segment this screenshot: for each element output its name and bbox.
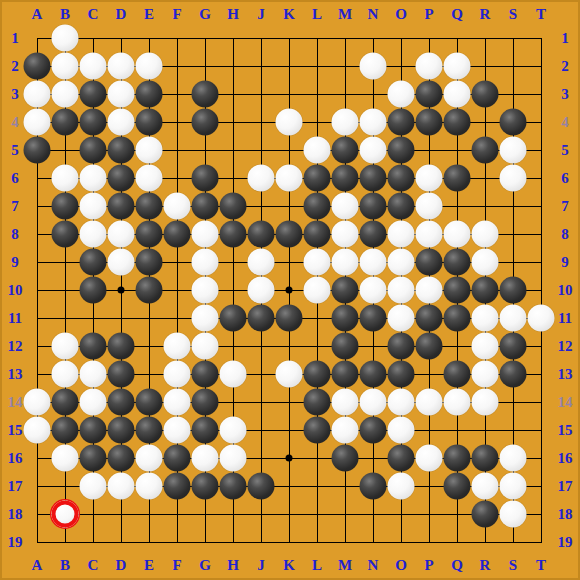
col-label-R-top: R [480,7,491,22]
stone-A14-white[interactable] [24,389,51,416]
stone-M7-white[interactable] [332,193,359,220]
row-label-1-right: 1 [561,31,569,46]
col-label-C-top: C [88,7,99,22]
stone-O14-white[interactable] [388,389,415,416]
stone-B18-white-last-move[interactable] [52,501,79,528]
stone-S10-black[interactable] [500,277,527,304]
stone-F7-white[interactable] [164,193,191,220]
row-label-6-left: 6 [11,171,19,186]
stone-E10-black[interactable] [136,277,163,304]
stone-S4-black[interactable] [500,109,527,136]
col-label-H-top: H [227,7,239,22]
stone-N11-black[interactable] [360,305,387,332]
col-label-Q-top: Q [451,7,463,22]
stone-Q14-white[interactable] [444,389,471,416]
stone-R18-black[interactable] [472,501,499,528]
row-label-19-left: 19 [8,535,23,550]
stone-M12-black[interactable] [332,333,359,360]
stone-L5-white[interactable] [304,137,331,164]
stone-Q16-black[interactable] [444,445,471,472]
stone-R16-black[interactable] [472,445,499,472]
stone-B3-white[interactable] [52,81,79,108]
row-label-6-right: 6 [561,171,569,186]
stone-D2-white[interactable] [108,53,135,80]
stone-B14-black[interactable] [52,389,79,416]
stone-J8-black[interactable] [248,221,275,248]
col-label-M-bottom: M [338,558,352,573]
col-label-A-bottom: A [32,558,43,573]
row-label-2-left: 2 [11,59,19,74]
row-label-15-left: 15 [8,423,23,438]
col-label-F-bottom: F [172,558,181,573]
stone-P12-black[interactable] [416,333,443,360]
col-label-P-bottom: P [424,558,433,573]
stone-C9-black[interactable] [80,249,107,276]
stone-O10-white[interactable] [388,277,415,304]
stone-E6-white[interactable] [136,165,163,192]
stone-N5-white[interactable] [360,137,387,164]
stone-M9-white[interactable] [332,249,359,276]
stone-C17-white[interactable] [80,473,107,500]
stone-R13-white[interactable] [472,361,499,388]
stone-G13-black[interactable] [192,361,219,388]
stone-Q13-black[interactable] [444,361,471,388]
stone-N9-white[interactable] [360,249,387,276]
stone-D12-black[interactable] [108,333,135,360]
stone-O9-white[interactable] [388,249,415,276]
stone-Q17-black[interactable] [444,473,471,500]
col-label-R-bottom: R [480,558,491,573]
stone-E7-black[interactable] [136,193,163,220]
stone-E16-white[interactable] [136,445,163,472]
col-label-G-bottom: G [199,558,211,573]
stone-B1-white[interactable] [52,25,79,52]
stone-D7-black[interactable] [108,193,135,220]
stone-D17-white[interactable] [108,473,135,500]
row-label-18-right: 18 [558,507,573,522]
stone-M5-black[interactable] [332,137,359,164]
star-point-K16 [286,455,293,462]
stone-K8-black[interactable] [276,221,303,248]
stone-G11-white[interactable] [192,305,219,332]
col-label-K-top: K [283,7,295,22]
stone-G10-white[interactable] [192,277,219,304]
stone-M4-white[interactable] [332,109,359,136]
row-label-5-right: 5 [561,143,569,158]
stone-G16-white[interactable] [192,445,219,472]
col-label-M-top: M [338,7,352,22]
stone-P9-black[interactable] [416,249,443,276]
stone-D14-black[interactable] [108,389,135,416]
stone-M11-black[interactable] [332,305,359,332]
stone-D13-black[interactable] [108,361,135,388]
stone-B6-white[interactable] [52,165,79,192]
stone-G7-black[interactable] [192,193,219,220]
row-label-2-right: 2 [561,59,569,74]
stone-S17-white[interactable] [500,473,527,500]
stone-A5-black[interactable] [24,137,51,164]
stone-H8-black[interactable] [220,221,247,248]
row-label-19-right: 19 [558,535,573,550]
row-label-16-left: 16 [8,451,23,466]
stone-C4-black[interactable] [80,109,107,136]
stone-O5-black[interactable] [388,137,415,164]
stone-R5-black[interactable] [472,137,499,164]
row-label-7-left: 7 [11,199,19,214]
stone-S6-white[interactable] [500,165,527,192]
stone-C3-black[interactable] [80,81,107,108]
stone-P4-black[interactable] [416,109,443,136]
stone-L14-black[interactable] [304,389,331,416]
row-label-9-right: 9 [561,255,569,270]
row-label-8-left: 8 [11,227,19,242]
row-label-1-left: 1 [11,31,19,46]
stone-O16-black[interactable] [388,445,415,472]
stone-N17-black[interactable] [360,473,387,500]
stone-H17-black[interactable] [220,473,247,500]
stone-L7-black[interactable] [304,193,331,220]
stone-R10-black[interactable] [472,277,499,304]
row-label-17-left: 17 [8,479,23,494]
stone-C10-black[interactable] [80,277,107,304]
stone-J10-white[interactable] [248,277,275,304]
stone-K4-white[interactable] [276,109,303,136]
stone-Q6-black[interactable] [444,165,471,192]
col-label-B-bottom: B [60,558,70,573]
stone-K11-black[interactable] [276,305,303,332]
go-board-app: AABBCCDDEEFFGGHHJJKKLLMMNNOOPPQQRRSSTT11… [0,0,580,580]
row-label-3-right: 3 [561,87,569,102]
stone-C2-white[interactable] [80,53,107,80]
stone-R11-white[interactable] [472,305,499,332]
stone-D8-white[interactable] [108,221,135,248]
col-label-L-bottom: L [312,558,322,573]
stone-S5-white[interactable] [500,137,527,164]
stone-E8-black[interactable] [136,221,163,248]
stone-S13-black[interactable] [500,361,527,388]
row-label-4-left: 4 [11,115,19,130]
stone-F13-white[interactable] [164,361,191,388]
stone-K13-white[interactable] [276,361,303,388]
col-label-E-top: E [144,7,154,22]
col-label-D-bottom: D [116,558,127,573]
stone-B12-white[interactable] [52,333,79,360]
col-label-N-top: N [368,7,379,22]
stone-G17-black[interactable] [192,473,219,500]
stone-L9-white[interactable] [304,249,331,276]
stone-O8-white[interactable] [388,221,415,248]
col-label-K-bottom: K [283,558,295,573]
row-label-18-left: 18 [8,507,23,522]
row-label-11-right: 11 [558,311,572,326]
stone-N4-white[interactable] [360,109,387,136]
stone-G14-black[interactable] [192,389,219,416]
stone-N8-black[interactable] [360,221,387,248]
stone-F8-black[interactable] [164,221,191,248]
stone-N13-black[interactable] [360,361,387,388]
col-label-T-bottom: T [536,558,546,573]
stone-R12-white[interactable] [472,333,499,360]
stone-M16-black[interactable] [332,445,359,472]
stone-Q9-black[interactable] [444,249,471,276]
stone-H11-black[interactable] [220,305,247,332]
stone-B8-black[interactable] [52,221,79,248]
stone-L6-black[interactable] [304,165,331,192]
stone-N14-white[interactable] [360,389,387,416]
stone-H16-white[interactable] [220,445,247,472]
col-label-B-top: B [60,7,70,22]
stone-K6-white[interactable] [276,165,303,192]
stone-H7-black[interactable] [220,193,247,220]
col-label-J-top: J [257,7,265,22]
col-label-C-bottom: C [88,558,99,573]
stone-E15-black[interactable] [136,417,163,444]
stone-M10-black[interactable] [332,277,359,304]
stone-E2-white[interactable] [136,53,163,80]
row-label-12-right: 12 [558,339,573,354]
stone-P10-white[interactable] [416,277,443,304]
row-label-13-right: 13 [558,367,573,382]
stone-D3-white[interactable] [108,81,135,108]
row-label-10-left: 10 [8,283,23,298]
stone-D9-white[interactable] [108,249,135,276]
row-label-13-left: 13 [8,367,23,382]
stone-R17-white[interactable] [472,473,499,500]
stone-R8-white[interactable] [472,221,499,248]
stone-L15-black[interactable] [304,417,331,444]
stone-S11-white[interactable] [500,305,527,332]
stone-G4-black[interactable] [192,109,219,136]
col-label-T-top: T [536,7,546,22]
stone-O12-black[interactable] [388,333,415,360]
stone-B2-white[interactable] [52,53,79,80]
stone-R3-black[interactable] [472,81,499,108]
row-label-3-left: 3 [11,87,19,102]
stone-J9-white[interactable] [248,249,275,276]
col-label-L-top: L [312,7,322,22]
stone-S12-black[interactable] [500,333,527,360]
stone-A3-white[interactable] [24,81,51,108]
stone-D5-black[interactable] [108,137,135,164]
row-label-14-left: 14 [8,395,23,410]
row-label-11-left: 11 [8,311,22,326]
stone-B16-white[interactable] [52,445,79,472]
stone-P2-white[interactable] [416,53,443,80]
stone-F14-white[interactable] [164,389,191,416]
stone-B7-black[interactable] [52,193,79,220]
row-label-16-right: 16 [558,451,573,466]
stone-Q4-black[interactable] [444,109,471,136]
stone-C15-black[interactable] [80,417,107,444]
stone-E9-black[interactable] [136,249,163,276]
col-label-J-bottom: J [257,558,265,573]
stone-B4-black[interactable] [52,109,79,136]
stone-Q3-white[interactable] [444,81,471,108]
col-label-E-bottom: E [144,558,154,573]
row-label-4-right: 4 [561,115,569,130]
col-label-Q-bottom: Q [451,558,463,573]
stone-R14-white[interactable] [472,389,499,416]
stone-M13-black[interactable] [332,361,359,388]
stone-D15-black[interactable] [108,417,135,444]
stone-R9-white[interactable] [472,249,499,276]
stone-O11-white[interactable] [388,305,415,332]
stone-L13-black[interactable] [304,361,331,388]
row-label-14-right: 14 [558,395,573,410]
col-label-H-bottom: H [227,558,239,573]
col-label-O-top: O [395,7,407,22]
stone-D4-white[interactable] [108,109,135,136]
stone-C16-black[interactable] [80,445,107,472]
col-label-G-top: G [199,7,211,22]
stone-E5-white[interactable] [136,137,163,164]
stone-S16-white[interactable] [500,445,527,472]
row-label-17-right: 17 [558,479,573,494]
stone-P6-white[interactable] [416,165,443,192]
stone-M8-white[interactable] [332,221,359,248]
stone-Q10-black[interactable] [444,277,471,304]
stone-O15-white[interactable] [388,417,415,444]
stone-A2-black[interactable] [24,53,51,80]
stone-P11-black[interactable] [416,305,443,332]
stone-G6-black[interactable] [192,165,219,192]
stone-P7-white[interactable] [416,193,443,220]
row-label-10-right: 10 [558,283,573,298]
stone-F12-white[interactable] [164,333,191,360]
stone-M6-black[interactable] [332,165,359,192]
star-point-K10 [286,287,293,294]
stone-T11-white[interactable] [528,305,555,332]
stone-M14-white[interactable] [332,389,359,416]
stone-P3-black[interactable] [416,81,443,108]
stone-G8-white[interactable] [192,221,219,248]
stone-J17-black[interactable] [248,473,275,500]
stone-A15-white[interactable] [24,417,51,444]
stone-N10-white[interactable] [360,277,387,304]
col-label-S-bottom: S [509,558,517,573]
stone-H13-white[interactable] [220,361,247,388]
stone-O4-black[interactable] [388,109,415,136]
stone-B13-white[interactable] [52,361,79,388]
stone-C8-white[interactable] [80,221,107,248]
row-label-7-right: 7 [561,199,569,214]
stone-C5-black[interactable] [80,137,107,164]
row-label-5-left: 5 [11,143,19,158]
stone-L8-black[interactable] [304,221,331,248]
stone-C7-white[interactable] [80,193,107,220]
stone-F16-black[interactable] [164,445,191,472]
col-label-S-top: S [509,7,517,22]
stone-C12-black[interactable] [80,333,107,360]
stone-N7-black[interactable] [360,193,387,220]
stone-G15-black[interactable] [192,417,219,444]
stone-P16-white[interactable] [416,445,443,472]
stone-F15-white[interactable] [164,417,191,444]
col-label-O-bottom: O [395,558,407,573]
row-label-8-right: 8 [561,227,569,242]
stone-G3-black[interactable] [192,81,219,108]
stone-O6-black[interactable] [388,165,415,192]
stone-J11-black[interactable] [248,305,275,332]
stone-C14-white[interactable] [80,389,107,416]
stone-F17-black[interactable] [164,473,191,500]
stone-E3-black[interactable] [136,81,163,108]
stone-N6-black[interactable] [360,165,387,192]
stone-B15-black[interactable] [52,417,79,444]
stone-Q2-white[interactable] [444,53,471,80]
stone-Q8-white[interactable] [444,221,471,248]
stone-P14-white[interactable] [416,389,443,416]
col-label-A-top: A [32,7,43,22]
stone-D16-black[interactable] [108,445,135,472]
col-label-P-top: P [424,7,433,22]
col-label-F-top: F [172,7,181,22]
row-label-9-left: 9 [11,255,19,270]
stone-L10-white[interactable] [304,277,331,304]
stone-N2-white[interactable] [360,53,387,80]
stone-G12-white[interactable] [192,333,219,360]
stone-E4-black[interactable] [136,109,163,136]
stone-H15-white[interactable] [220,417,247,444]
stone-E14-black[interactable] [136,389,163,416]
stone-J6-white[interactable] [248,165,275,192]
row-label-12-left: 12 [8,339,23,354]
stone-C6-white[interactable] [80,165,107,192]
stone-A4-white[interactable] [24,109,51,136]
stone-N15-black[interactable] [360,417,387,444]
stone-C13-white[interactable] [80,361,107,388]
col-label-D-top: D [116,7,127,22]
row-label-15-right: 15 [558,423,573,438]
stone-D6-black[interactable] [108,165,135,192]
stone-E17-white[interactable] [136,473,163,500]
stone-O17-white[interactable] [388,473,415,500]
star-point-D10 [118,287,125,294]
stone-M15-white[interactable] [332,417,359,444]
stone-G9-white[interactable] [192,249,219,276]
stone-O3-white[interactable] [388,81,415,108]
stone-P8-white[interactable] [416,221,443,248]
col-label-N-bottom: N [368,558,379,573]
stone-Q11-black[interactable] [444,305,471,332]
stone-S18-white[interactable] [500,501,527,528]
stone-O7-black[interactable] [388,193,415,220]
stone-O13-black[interactable] [388,361,415,388]
